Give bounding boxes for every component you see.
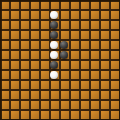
board-cell-r10c10[interactable] [99, 99, 109, 109]
black-stone[interactable] [60, 41, 68, 49]
board-cell-r3c3[interactable] [29, 29, 39, 39]
board-cell-r8c0[interactable] [0, 79, 9, 89]
board-cell-r10c4[interactable] [39, 99, 49, 109]
board-cell-r3c6[interactable] [59, 29, 69, 39]
board-cell-r4c8[interactable] [79, 39, 89, 49]
board-cell-r6c5[interactable] [49, 59, 59, 69]
board-cell-r2c4[interactable] [39, 19, 49, 29]
board-cell-r11c3[interactable] [29, 109, 39, 119]
board-cell-r1c9[interactable] [89, 9, 99, 19]
board-cell-r5c8[interactable] [79, 49, 89, 59]
board-cell-r10c11[interactable] [109, 99, 119, 109]
board-cell-r7c7[interactable] [69, 69, 79, 79]
board-cell-r0c4[interactable] [39, 0, 49, 9]
board-cell-r0c5[interactable] [49, 0, 59, 9]
board-cell-r0c10[interactable] [99, 0, 109, 9]
board-cell-r3c10[interactable] [99, 29, 109, 39]
board-cell-r3c7[interactable] [69, 29, 79, 39]
board-cell-r11c7[interactable] [69, 109, 79, 119]
board-cell-r2c10[interactable] [99, 19, 109, 29]
board-cell-r9c2[interactable] [19, 89, 29, 99]
board-cell-r4c7[interactable] [69, 39, 79, 49]
board-cell-r1c5[interactable] [49, 9, 59, 19]
board-cell-r10c7[interactable] [69, 99, 79, 109]
board-cell-r1c4[interactable] [39, 9, 49, 19]
board-cell-r0c9[interactable] [89, 0, 99, 9]
board-cell-r8c8[interactable] [79, 79, 89, 89]
board-cell-r10c0[interactable] [0, 99, 9, 109]
black-stone[interactable] [50, 61, 58, 69]
board-cell-r6c6[interactable] [59, 59, 69, 69]
board-cell-r7c2[interactable] [19, 69, 29, 79]
board-cell-r1c1[interactable] [9, 9, 19, 19]
board-cell-r1c2[interactable] [19, 9, 29, 19]
board-cell-r6c2[interactable] [19, 59, 29, 69]
board-cell-r6c7[interactable] [69, 59, 79, 69]
board-cell-r11c1[interactable] [9, 109, 19, 119]
board-cell-r2c6[interactable] [59, 19, 69, 29]
board-cell-r11c5[interactable] [49, 109, 59, 119]
board-cell-r8c10[interactable] [99, 79, 109, 89]
board-cell-r5c6[interactable] [59, 49, 69, 59]
board-cell-r5c1[interactable] [9, 49, 19, 59]
board-cell-r6c1[interactable] [9, 59, 19, 69]
black-stone[interactable] [50, 21, 58, 29]
board-cell-r9c5[interactable] [49, 89, 59, 99]
board-cell-r11c9[interactable] [89, 109, 99, 119]
board-cell-r6c4[interactable] [39, 59, 49, 69]
board-cell-r2c11[interactable] [109, 19, 119, 29]
board-cell-r3c8[interactable] [79, 29, 89, 39]
board-cell-r3c1[interactable] [9, 29, 19, 39]
board-cell-r6c0[interactable] [0, 59, 9, 69]
board-cell-r1c3[interactable] [29, 9, 39, 19]
board-cell-r5c11[interactable] [109, 49, 119, 59]
board-cell-r8c6[interactable] [59, 79, 69, 89]
board-cell-r9c4[interactable] [39, 89, 49, 99]
board-cell-r4c3[interactable] [29, 39, 39, 49]
board-cell-r4c1[interactable] [9, 39, 19, 49]
board-cell-r0c8[interactable] [79, 0, 89, 9]
board-cell-r4c5[interactable] [49, 39, 59, 49]
board-cell-r0c11[interactable] [109, 0, 119, 9]
board-cell-r5c7[interactable] [69, 49, 79, 59]
board-cell-r6c9[interactable] [89, 59, 99, 69]
board-cell-r4c10[interactable] [99, 39, 109, 49]
board-cell-r10c9[interactable] [89, 99, 99, 109]
board-cell-r8c11[interactable] [109, 79, 119, 89]
board-cell-r7c6[interactable] [59, 69, 69, 79]
board-cell-r5c4[interactable] [39, 49, 49, 59]
board-cell-r2c0[interactable] [0, 19, 9, 29]
board-cell-r10c1[interactable] [9, 99, 19, 109]
board-cell-r6c10[interactable] [99, 59, 109, 69]
board-cell-r8c3[interactable] [29, 79, 39, 89]
board-cell-r9c6[interactable] [59, 89, 69, 99]
board-cell-r8c7[interactable] [69, 79, 79, 89]
board-cell-r1c0[interactable] [0, 9, 9, 19]
board-cell-r11c0[interactable] [0, 109, 9, 119]
board-cell-r11c2[interactable] [19, 109, 29, 119]
board-cell-r9c0[interactable] [0, 89, 9, 99]
board-cell-r7c10[interactable] [99, 69, 109, 79]
board-cell-r8c4[interactable] [39, 79, 49, 89]
board-cell-r7c5[interactable] [49, 69, 59, 79]
white-stone[interactable] [50, 11, 58, 19]
board-cell-r11c4[interactable] [39, 109, 49, 119]
board-cell-r2c1[interactable] [9, 19, 19, 29]
board-cell-r10c8[interactable] [79, 99, 89, 109]
white-stone[interactable] [50, 41, 58, 49]
board-cell-r5c10[interactable] [99, 49, 109, 59]
board-cell-r9c10[interactable] [99, 89, 109, 99]
board-cell-r11c8[interactable] [79, 109, 89, 119]
board-cell-r4c9[interactable] [89, 39, 99, 49]
board-cell-r1c10[interactable] [99, 9, 109, 19]
board-cell-r6c3[interactable] [29, 59, 39, 69]
board-cell-r7c1[interactable] [9, 69, 19, 79]
board-cell-r4c2[interactable] [19, 39, 29, 49]
board-cell-r7c8[interactable] [79, 69, 89, 79]
board-cell-r2c9[interactable] [89, 19, 99, 29]
board-cell-r0c2[interactable] [19, 0, 29, 9]
board-cell-r5c5[interactable] [49, 49, 59, 59]
board-cell-r6c8[interactable] [79, 59, 89, 69]
board-cell-r0c6[interactable] [59, 0, 69, 9]
board-cell-r2c5[interactable] [49, 19, 59, 29]
board-cell-r3c4[interactable] [39, 29, 49, 39]
board-cell-r3c11[interactable] [109, 29, 119, 39]
board-cell-r10c3[interactable] [29, 99, 39, 109]
board-cell-r11c10[interactable] [99, 109, 109, 119]
board-cell-r3c5[interactable] [49, 29, 59, 39]
board-cell-r7c9[interactable] [89, 69, 99, 79]
board-cell-r8c5[interactable] [49, 79, 59, 89]
board-cell-r9c11[interactable] [109, 89, 119, 99]
board-cell-r0c3[interactable] [29, 0, 39, 9]
board-cell-r8c1[interactable] [9, 79, 19, 89]
board-cell-r0c0[interactable] [0, 0, 9, 9]
board-cell-r8c2[interactable] [19, 79, 29, 89]
board-cell-r1c11[interactable] [109, 9, 119, 19]
board-cell-r9c1[interactable] [9, 89, 19, 99]
board-cell-r4c0[interactable] [0, 39, 9, 49]
board-cell-r1c7[interactable] [69, 9, 79, 19]
board-cell-r7c0[interactable] [0, 69, 9, 79]
board-cell-r4c6[interactable] [59, 39, 69, 49]
board-cell-r6c11[interactable] [109, 59, 119, 69]
board-cell-r7c4[interactable] [39, 69, 49, 79]
board-cell-r8c9[interactable] [89, 79, 99, 89]
white-stone[interactable] [50, 71, 58, 79]
black-stone[interactable] [60, 51, 68, 59]
board-grid [0, 0, 119, 119]
board-cell-r3c9[interactable] [89, 29, 99, 39]
board-cell-r11c6[interactable] [59, 109, 69, 119]
board-cell-r1c6[interactable] [59, 9, 69, 19]
board-cell-r2c8[interactable] [79, 19, 89, 29]
black-stone[interactable] [50, 31, 58, 39]
board-cell-r7c3[interactable] [29, 69, 39, 79]
board-cell-r3c0[interactable] [0, 29, 9, 39]
board-cell-r3c2[interactable] [19, 29, 29, 39]
board-cell-r10c2[interactable] [19, 99, 29, 109]
board-cell-r1c8[interactable] [79, 9, 89, 19]
board-cell-r7c11[interactable] [109, 69, 119, 79]
board-cell-r0c7[interactable] [69, 0, 79, 9]
board-cell-r9c8[interactable] [79, 89, 89, 99]
board-cell-r0c1[interactable] [9, 0, 19, 9]
board-cell-r2c2[interactable] [19, 19, 29, 29]
board-cell-r9c9[interactable] [89, 89, 99, 99]
white-stone[interactable] [50, 51, 58, 59]
board-cell-r5c2[interactable] [19, 49, 29, 59]
board-cell-r5c3[interactable] [29, 49, 39, 59]
board-cell-r4c4[interactable] [39, 39, 49, 49]
gomoku-board [0, 0, 120, 120]
board-cell-r10c6[interactable] [59, 99, 69, 109]
board-cell-r2c3[interactable] [29, 19, 39, 29]
board-cell-r9c7[interactable] [69, 89, 79, 99]
board-cell-r5c0[interactable] [0, 49, 9, 59]
board-cell-r9c3[interactable] [29, 89, 39, 99]
board-cell-r11c11[interactable] [109, 109, 119, 119]
board-cell-r5c9[interactable] [89, 49, 99, 59]
board-cell-r2c7[interactable] [69, 19, 79, 29]
board-cell-r10c5[interactable] [49, 99, 59, 109]
board-cell-r4c11[interactable] [109, 39, 119, 49]
